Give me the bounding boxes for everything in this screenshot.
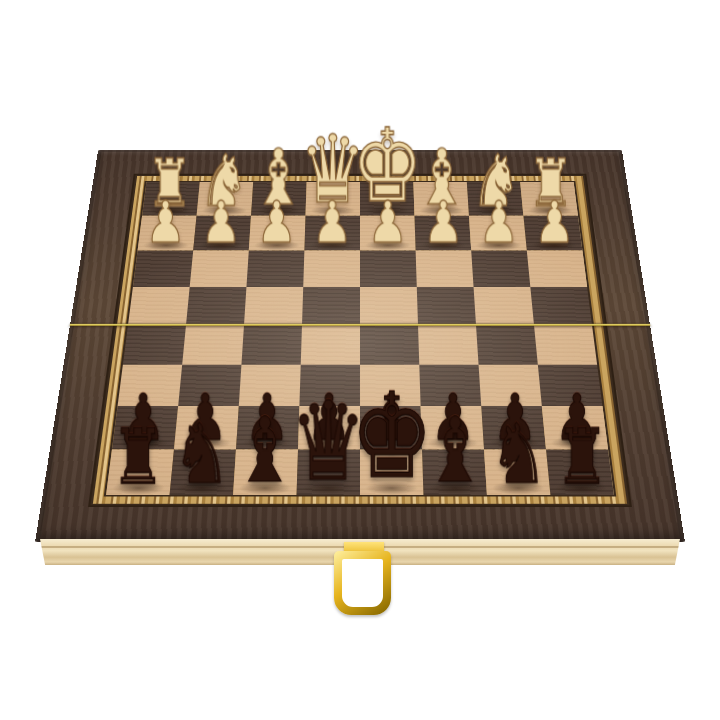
- square-r4c4[interactable]: [360, 325, 419, 365]
- square-r1c7[interactable]: ♟: [523, 216, 582, 251]
- square-r3c3[interactable]: [302, 287, 360, 325]
- square-r3c5[interactable]: [417, 287, 476, 325]
- square-r3c1[interactable]: [186, 287, 246, 325]
- black-queen[interactable]: ♛: [286, 389, 370, 493]
- clasp-buckle-ring[interactable]: [334, 551, 391, 615]
- product-photo-scene: ♜♞♝♛♚♝♞♜♟♟♟♟♟♟♟♟♟♟♟♟♟♟♟♟♜♞♝♛♚♝♞♜: [0, 0, 720, 720]
- square-r7c0[interactable]: ♜: [106, 449, 174, 494]
- square-r7c7[interactable]: ♜: [546, 449, 614, 494]
- black-rook[interactable]: ♜: [540, 421, 624, 494]
- clasp[interactable]: [330, 540, 394, 620]
- square-r3c2[interactable]: [244, 287, 303, 325]
- square-r4c2[interactable]: [241, 325, 302, 365]
- square-r4c5[interactable]: [418, 325, 479, 365]
- square-r3c6[interactable]: [474, 287, 534, 325]
- square-r7c3[interactable]: ♛: [297, 449, 360, 494]
- square-r4c0[interactable]: [123, 325, 186, 365]
- square-r4c7[interactable]: [534, 325, 597, 365]
- board-grid: ♜♞♝♛♚♝♞♜♟♟♟♟♟♟♟♟♟♟♟♟♟♟♟♟♜♞♝♛♚♝♞♜: [106, 182, 614, 495]
- square-r4c1[interactable]: [182, 325, 244, 365]
- square-r4c6[interactable]: [476, 325, 538, 365]
- square-r3c4[interactable]: [360, 287, 418, 325]
- fold-seam: [70, 324, 651, 326]
- black-rook[interactable]: ♜: [96, 421, 180, 494]
- clasp-ring-hole: [342, 559, 383, 607]
- square-r3c0[interactable]: [128, 287, 190, 325]
- square-r3c7[interactable]: [530, 287, 592, 325]
- white-pawn[interactable]: ♟: [518, 195, 591, 250]
- chess-board: ♜♞♝♛♚♝♞♜♟♟♟♟♟♟♟♟♟♟♟♟♟♟♟♟♜♞♝♛♚♝♞♜: [35, 150, 685, 543]
- square-r4c3[interactable]: [301, 325, 360, 365]
